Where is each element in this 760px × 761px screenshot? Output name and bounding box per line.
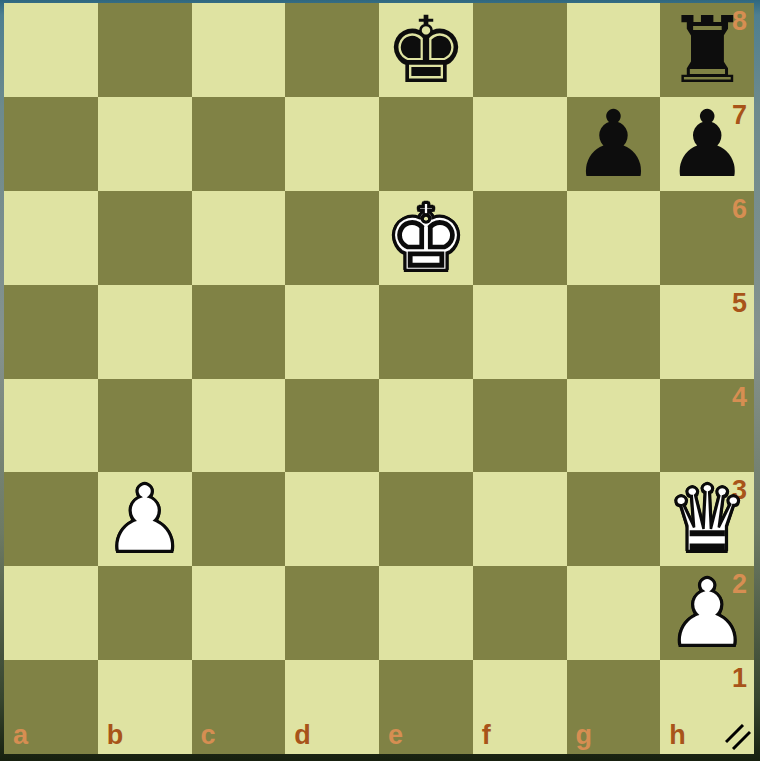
square-e8[interactable]: ♚ bbox=[379, 3, 473, 97]
file-label-a: a bbox=[13, 720, 28, 751]
square-h8[interactable]: 8♜ bbox=[660, 3, 754, 97]
rank-label-4: 4 bbox=[732, 382, 747, 413]
square-b4[interactable] bbox=[98, 379, 192, 473]
square-h2[interactable]: 2♟ bbox=[660, 566, 754, 660]
square-h7[interactable]: 7♟ bbox=[660, 97, 754, 191]
square-g4[interactable] bbox=[567, 379, 661, 473]
white-queen[interactable]: ♛ bbox=[660, 473, 754, 567]
square-f5[interactable] bbox=[473, 285, 567, 379]
rank-label-6: 6 bbox=[732, 194, 747, 225]
square-d7[interactable] bbox=[285, 97, 379, 191]
square-b7[interactable] bbox=[98, 97, 192, 191]
square-d3[interactable] bbox=[285, 472, 379, 566]
square-c3[interactable] bbox=[192, 472, 286, 566]
square-d8[interactable] bbox=[285, 3, 379, 97]
square-d6[interactable] bbox=[285, 191, 379, 285]
black-rook[interactable]: ♜ bbox=[660, 4, 754, 98]
square-g1[interactable]: g bbox=[567, 660, 661, 754]
chess-board: ♚8♜♟7♟♚654♟3♛2♟abcdefg1h bbox=[4, 3, 754, 754]
square-f4[interactable] bbox=[473, 379, 567, 473]
square-a8[interactable] bbox=[4, 3, 98, 97]
square-b6[interactable] bbox=[98, 191, 192, 285]
square-f2[interactable] bbox=[473, 566, 567, 660]
white-king[interactable]: ♚ bbox=[379, 192, 473, 286]
square-g6[interactable] bbox=[567, 191, 661, 285]
square-d4[interactable] bbox=[285, 379, 379, 473]
square-c8[interactable] bbox=[192, 3, 286, 97]
square-c4[interactable] bbox=[192, 379, 286, 473]
square-b3[interactable]: ♟ bbox=[98, 472, 192, 566]
square-c2[interactable] bbox=[192, 566, 286, 660]
square-e5[interactable] bbox=[379, 285, 473, 379]
file-label-g: g bbox=[576, 720, 593, 751]
square-f8[interactable] bbox=[473, 3, 567, 97]
square-c1[interactable]: c bbox=[192, 660, 286, 754]
black-king[interactable]: ♚ bbox=[379, 4, 473, 98]
square-a5[interactable] bbox=[4, 285, 98, 379]
white-pawn[interactable]: ♟ bbox=[98, 473, 192, 567]
black-pawn[interactable]: ♟ bbox=[660, 98, 754, 192]
square-d2[interactable] bbox=[285, 566, 379, 660]
square-e3[interactable] bbox=[379, 472, 473, 566]
resize-handle-icon[interactable] bbox=[725, 724, 751, 750]
square-g2[interactable] bbox=[567, 566, 661, 660]
file-label-d: d bbox=[294, 720, 311, 751]
square-g8[interactable] bbox=[567, 3, 661, 97]
white-pawn[interactable]: ♟ bbox=[660, 567, 754, 661]
square-b8[interactable] bbox=[98, 3, 192, 97]
square-b2[interactable] bbox=[98, 566, 192, 660]
square-g3[interactable] bbox=[567, 472, 661, 566]
square-h4[interactable]: 4 bbox=[660, 379, 754, 473]
square-h3[interactable]: 3♛ bbox=[660, 472, 754, 566]
file-label-f: f bbox=[482, 720, 491, 751]
square-d1[interactable]: d bbox=[285, 660, 379, 754]
square-b5[interactable] bbox=[98, 285, 192, 379]
square-e7[interactable] bbox=[379, 97, 473, 191]
square-a7[interactable] bbox=[4, 97, 98, 191]
square-e4[interactable] bbox=[379, 379, 473, 473]
square-h5[interactable]: 5 bbox=[660, 285, 754, 379]
square-a4[interactable] bbox=[4, 379, 98, 473]
square-e6[interactable]: ♚ bbox=[379, 191, 473, 285]
square-a2[interactable] bbox=[4, 566, 98, 660]
square-g5[interactable] bbox=[567, 285, 661, 379]
rank-label-5: 5 bbox=[732, 288, 747, 319]
square-a6[interactable] bbox=[4, 191, 98, 285]
square-e1[interactable]: e bbox=[379, 660, 473, 754]
file-label-b: b bbox=[107, 720, 124, 751]
square-f6[interactable] bbox=[473, 191, 567, 285]
square-c5[interactable] bbox=[192, 285, 286, 379]
square-d5[interactable] bbox=[285, 285, 379, 379]
square-h6[interactable]: 6 bbox=[660, 191, 754, 285]
square-a3[interactable] bbox=[4, 472, 98, 566]
square-f1[interactable]: f bbox=[473, 660, 567, 754]
square-f7[interactable] bbox=[473, 97, 567, 191]
square-c7[interactable] bbox=[192, 97, 286, 191]
square-b1[interactable]: b bbox=[98, 660, 192, 754]
file-label-h: h bbox=[669, 720, 686, 751]
square-f3[interactable] bbox=[473, 472, 567, 566]
square-a1[interactable]: a bbox=[4, 660, 98, 754]
rank-label-1: 1 bbox=[732, 663, 747, 694]
square-g7[interactable]: ♟ bbox=[567, 97, 661, 191]
square-e2[interactable] bbox=[379, 566, 473, 660]
square-c6[interactable] bbox=[192, 191, 286, 285]
file-label-e: e bbox=[388, 720, 403, 751]
black-pawn[interactable]: ♟ bbox=[567, 98, 661, 192]
file-label-c: c bbox=[201, 720, 216, 751]
